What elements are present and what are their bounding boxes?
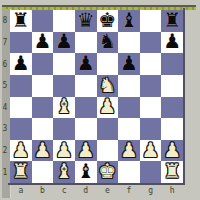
square-d6[interactable]: ♟ bbox=[75, 53, 97, 75]
square-h2[interactable]: ♟ bbox=[161, 140, 183, 162]
piece-black-rook[interactable]: ♜ bbox=[12, 10, 30, 30]
square-e8[interactable]: ♚ bbox=[97, 10, 119, 32]
piece-black-king[interactable]: ♚ bbox=[98, 10, 116, 30]
square-d8[interactable]: ♛ bbox=[75, 10, 97, 32]
file-label-d: d bbox=[75, 186, 97, 196]
square-c6[interactable] bbox=[53, 53, 75, 75]
piece-white-pawn[interactable]: ♟ bbox=[77, 140, 95, 160]
square-e1[interactable]: ♚ bbox=[97, 161, 119, 183]
piece-white-pawn[interactable]: ♟ bbox=[120, 140, 138, 160]
rank-label-5: 5 bbox=[1, 75, 9, 97]
square-g4[interactable] bbox=[140, 97, 162, 119]
piece-black-pawn[interactable]: ♟ bbox=[163, 32, 181, 52]
square-f7[interactable] bbox=[118, 32, 140, 54]
square-a4[interactable] bbox=[10, 97, 32, 119]
piece-white-king[interactable]: ♚ bbox=[98, 161, 116, 181]
square-d3[interactable] bbox=[75, 118, 97, 140]
piece-black-pawn[interactable]: ♟ bbox=[12, 53, 30, 73]
piece-black-pawn[interactable]: ♟ bbox=[120, 53, 138, 73]
chess-board: ♜♛♚♝♜♟♟♞♟♟♟♟♞♝♟♟♟♟♟♟♟♟♜♝♝♚♜ bbox=[10, 10, 183, 183]
piece-black-pawn[interactable]: ♟ bbox=[55, 32, 73, 52]
piece-white-pawn[interactable]: ♟ bbox=[55, 140, 73, 160]
square-d7[interactable] bbox=[75, 32, 97, 54]
square-a7[interactable] bbox=[10, 32, 32, 54]
square-b1[interactable] bbox=[32, 161, 54, 183]
piece-white-rook[interactable]: ♜ bbox=[163, 161, 181, 181]
square-h7[interactable]: ♟ bbox=[161, 32, 183, 54]
square-h1[interactable]: ♜ bbox=[161, 161, 183, 183]
board-shadow-bottom bbox=[8, 183, 185, 185]
square-b3[interactable] bbox=[32, 118, 54, 140]
square-e5[interactable]: ♞ bbox=[97, 75, 119, 97]
square-b5[interactable] bbox=[32, 75, 54, 97]
rank-label-1: 1 bbox=[1, 161, 9, 183]
rank-label-7: 7 bbox=[1, 32, 9, 54]
square-d1[interactable]: ♝ bbox=[75, 161, 97, 183]
square-g1[interactable] bbox=[140, 161, 162, 183]
piece-black-queen[interactable]: ♛ bbox=[77, 10, 95, 30]
piece-black-pawn[interactable]: ♟ bbox=[77, 53, 95, 73]
square-a1[interactable]: ♜ bbox=[10, 161, 32, 183]
square-e2[interactable] bbox=[97, 140, 119, 162]
file-label-a: a bbox=[10, 186, 32, 196]
piece-black-rook[interactable]: ♜ bbox=[163, 10, 181, 30]
square-b8[interactable] bbox=[32, 10, 54, 32]
square-a3[interactable] bbox=[10, 118, 32, 140]
piece-white-pawn[interactable]: ♟ bbox=[142, 140, 160, 160]
square-g6[interactable] bbox=[140, 53, 162, 75]
square-c8[interactable] bbox=[53, 10, 75, 32]
piece-black-bishop[interactable]: ♝ bbox=[120, 10, 138, 30]
rank-label-6: 6 bbox=[1, 53, 9, 75]
file-label-f: f bbox=[118, 186, 140, 196]
rank-label-4: 4 bbox=[1, 97, 9, 119]
square-a6[interactable]: ♟ bbox=[10, 53, 32, 75]
file-label-g: g bbox=[140, 186, 162, 196]
square-d2[interactable]: ♟ bbox=[75, 140, 97, 162]
rank-label-8: 8 bbox=[1, 10, 9, 32]
square-e7[interactable]: ♞ bbox=[97, 32, 119, 54]
square-g3[interactable] bbox=[140, 118, 162, 140]
square-c3[interactable] bbox=[53, 118, 75, 140]
piece-white-pawn[interactable]: ♟ bbox=[163, 140, 181, 160]
square-c1[interactable]: ♝ bbox=[53, 161, 75, 183]
square-e4[interactable]: ♟ bbox=[97, 97, 119, 119]
square-g7[interactable] bbox=[140, 32, 162, 54]
square-h6[interactable] bbox=[161, 53, 183, 75]
square-h8[interactable]: ♜ bbox=[161, 10, 183, 32]
square-f8[interactable]: ♝ bbox=[118, 10, 140, 32]
square-f3[interactable] bbox=[118, 118, 140, 140]
square-h5[interactable] bbox=[161, 75, 183, 97]
board-shadow-right bbox=[183, 8, 185, 185]
square-d4[interactable] bbox=[75, 97, 97, 119]
square-g2[interactable]: ♟ bbox=[140, 140, 162, 162]
square-a5[interactable] bbox=[10, 75, 32, 97]
square-f4[interactable] bbox=[118, 97, 140, 119]
square-c5[interactable] bbox=[53, 75, 75, 97]
square-f5[interactable] bbox=[118, 75, 140, 97]
file-label-b: b bbox=[32, 186, 54, 196]
piece-black-pawn[interactable]: ♟ bbox=[33, 32, 51, 52]
square-b2[interactable]: ♟ bbox=[32, 140, 54, 162]
square-f1[interactable] bbox=[118, 161, 140, 183]
piece-white-pawn[interactable]: ♟ bbox=[33, 140, 51, 160]
square-c7[interactable]: ♟ bbox=[53, 32, 75, 54]
piece-white-rook[interactable]: ♜ bbox=[12, 161, 30, 181]
square-a8[interactable]: ♜ bbox=[10, 10, 32, 32]
square-c4[interactable]: ♝ bbox=[53, 97, 75, 119]
file-labels: abcdefgh bbox=[10, 186, 183, 196]
square-e3[interactable] bbox=[97, 118, 119, 140]
piece-black-bishop[interactable]: ♝ bbox=[77, 161, 95, 181]
piece-white-bishop[interactable]: ♝ bbox=[55, 97, 73, 117]
square-a2[interactable]: ♟ bbox=[10, 140, 32, 162]
chess-app-window: 87654321 ♜♛♚♝♜♟♟♞♟♟♟♟♞♝♟♟♟♟♟♟♟♟♜♝♝♚♜ abc… bbox=[0, 0, 200, 200]
rank-label-2: 2 bbox=[1, 140, 9, 162]
piece-white-pawn[interactable]: ♟ bbox=[98, 97, 116, 117]
square-h3[interactable] bbox=[161, 118, 183, 140]
file-label-h: h bbox=[161, 186, 183, 196]
rank-label-3: 3 bbox=[1, 118, 9, 140]
square-g8[interactable] bbox=[140, 10, 162, 32]
square-f2[interactable]: ♟ bbox=[118, 140, 140, 162]
piece-white-pawn[interactable]: ♟ bbox=[12, 140, 30, 160]
file-label-c: c bbox=[53, 186, 75, 196]
square-c2[interactable]: ♟ bbox=[53, 140, 75, 162]
piece-black-knight[interactable]: ♞ bbox=[98, 32, 116, 52]
piece-white-knight[interactable]: ♞ bbox=[98, 75, 116, 95]
square-h4[interactable] bbox=[161, 97, 183, 119]
square-b6[interactable] bbox=[32, 53, 54, 75]
square-b4[interactable] bbox=[32, 97, 54, 119]
square-e6[interactable] bbox=[97, 53, 119, 75]
square-f6[interactable]: ♟ bbox=[118, 53, 140, 75]
file-label-e: e bbox=[97, 186, 119, 196]
rank-labels: 87654321 bbox=[1, 10, 9, 183]
piece-white-bishop[interactable]: ♝ bbox=[55, 161, 73, 181]
square-b7[interactable]: ♟ bbox=[32, 32, 54, 54]
square-d5[interactable] bbox=[75, 75, 97, 97]
square-g5[interactable] bbox=[140, 75, 162, 97]
